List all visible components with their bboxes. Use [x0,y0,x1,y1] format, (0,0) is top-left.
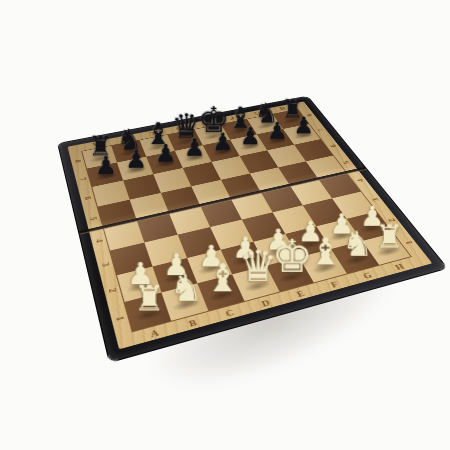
white-knight-glyph: ♞ [342,227,373,261]
photo-stage: ABCDEFGH ABCDEFGH 87654321 87654321 ♜♞♝♛… [0,0,450,450]
white-bishop-glyph: ♝ [205,258,240,297]
white-king-glyph: ♚ [272,233,313,279]
white-queen-glyph: ♛ [239,245,277,288]
white-knight-glyph: ♞ [170,270,203,307]
white-rook-glyph: ♜ [375,221,404,253]
white-rook-glyph: ♜ [133,282,164,317]
white-bishop-glyph: ♝ [309,233,342,270]
